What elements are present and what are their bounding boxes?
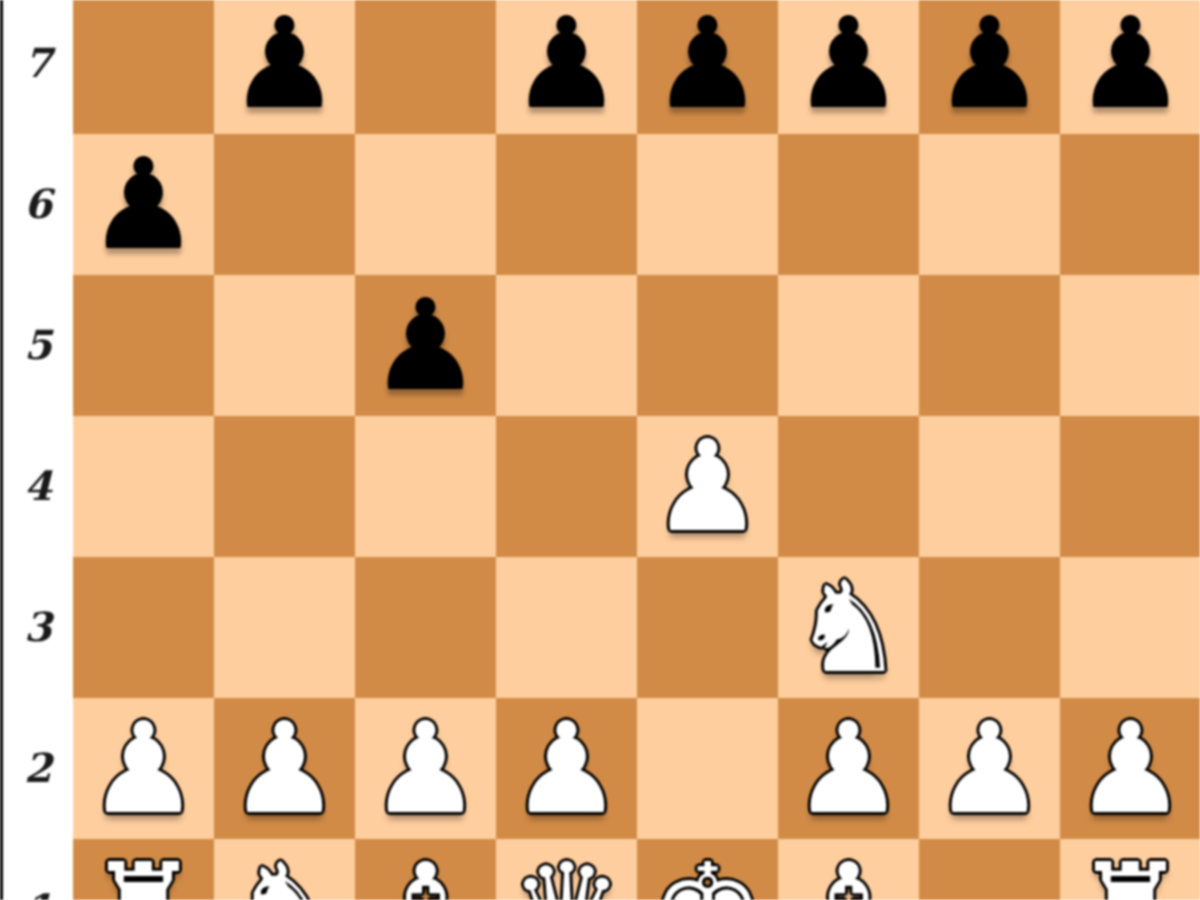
chess-diagram: ♟♟♟♟♟♟♟♟♟♞♟♟♟♟♟♟♟♜♞♝♛♚♝♜ 7654321 xyxy=(0,0,1200,900)
black-pawn-c5: ♟ xyxy=(355,275,496,416)
square-a2: ♟ xyxy=(73,698,214,839)
square-f4 xyxy=(778,416,919,557)
square-e3 xyxy=(637,557,778,698)
square-f5 xyxy=(778,275,919,416)
square-g7: ♟ xyxy=(919,0,1060,134)
square-b1: ♞ xyxy=(214,839,355,900)
square-h4 xyxy=(1060,416,1200,557)
square-c2: ♟ xyxy=(355,698,496,839)
square-b6 xyxy=(214,134,355,275)
square-c3 xyxy=(355,557,496,698)
white-pawn-c2: ♟ xyxy=(355,698,496,839)
black-pawn-f7: ♟ xyxy=(778,0,919,134)
square-f3: ♞ xyxy=(778,557,919,698)
white-bishop-c1: ♝ xyxy=(355,839,496,900)
square-a4 xyxy=(73,416,214,557)
square-e2 xyxy=(637,698,778,839)
square-g3 xyxy=(919,557,1060,698)
square-b7: ♟ xyxy=(214,0,355,134)
square-f2: ♟ xyxy=(778,698,919,839)
white-queen-d1: ♛ xyxy=(496,839,637,900)
square-g2: ♟ xyxy=(919,698,1060,839)
black-pawn-b7: ♟ xyxy=(214,0,355,134)
square-h6 xyxy=(1060,134,1200,275)
black-pawn-d7: ♟ xyxy=(496,0,637,134)
square-a5 xyxy=(73,275,214,416)
square-h1: ♜ xyxy=(1060,839,1200,900)
rank-label-1: 1 xyxy=(3,887,73,900)
square-f7: ♟ xyxy=(778,0,919,134)
square-e1: ♚ xyxy=(637,839,778,900)
white-pawn-f2: ♟ xyxy=(778,698,919,839)
black-pawn-h7: ♟ xyxy=(1060,0,1200,134)
square-c5: ♟ xyxy=(355,275,496,416)
black-pawn-a6: ♟ xyxy=(73,134,214,275)
square-c7 xyxy=(355,0,496,134)
square-c1: ♝ xyxy=(355,839,496,900)
square-c6 xyxy=(355,134,496,275)
square-d7: ♟ xyxy=(496,0,637,134)
square-f6 xyxy=(778,134,919,275)
white-bishop-f1: ♝ xyxy=(778,839,919,900)
square-e4: ♟ xyxy=(637,416,778,557)
rank-label-2: 2 xyxy=(3,746,73,790)
white-pawn-d2: ♟ xyxy=(496,698,637,839)
square-b3 xyxy=(214,557,355,698)
white-rook-a1: ♜ xyxy=(73,839,214,900)
rank-label-4: 4 xyxy=(3,464,73,508)
square-b4 xyxy=(214,416,355,557)
rank-label-7: 7 xyxy=(3,41,73,85)
square-g1 xyxy=(919,839,1060,900)
white-pawn-e4: ♟ xyxy=(637,416,778,557)
square-a7 xyxy=(73,0,214,134)
white-pawn-b2: ♟ xyxy=(214,698,355,839)
square-a6: ♟ xyxy=(73,134,214,275)
square-f1: ♝ xyxy=(778,839,919,900)
square-c4 xyxy=(355,416,496,557)
square-d1: ♛ xyxy=(496,839,637,900)
square-g6 xyxy=(919,134,1060,275)
square-d6 xyxy=(496,134,637,275)
square-h5 xyxy=(1060,275,1200,416)
white-knight-f3: ♞ xyxy=(778,557,919,698)
square-d2: ♟ xyxy=(496,698,637,839)
square-a1: ♜ xyxy=(73,839,214,900)
square-d3 xyxy=(496,557,637,698)
white-knight-b1: ♞ xyxy=(214,839,355,900)
square-e5 xyxy=(637,275,778,416)
square-b5 xyxy=(214,275,355,416)
rank-label-5: 5 xyxy=(3,323,73,367)
square-g4 xyxy=(919,416,1060,557)
black-pawn-e7: ♟ xyxy=(637,0,778,134)
square-h2: ♟ xyxy=(1060,698,1200,839)
square-g5 xyxy=(919,275,1060,416)
white-pawn-h2: ♟ xyxy=(1060,698,1200,839)
square-d4 xyxy=(496,416,637,557)
square-e6 xyxy=(637,134,778,275)
square-h3 xyxy=(1060,557,1200,698)
square-h7: ♟ xyxy=(1060,0,1200,134)
chess-board: ♟♟♟♟♟♟♟♟♟♞♟♟♟♟♟♟♟♜♞♝♛♚♝♜ xyxy=(73,0,1200,900)
white-king-e1: ♚ xyxy=(637,839,778,900)
square-e7: ♟ xyxy=(637,0,778,134)
white-rook-h1: ♜ xyxy=(1060,839,1200,900)
square-a3 xyxy=(73,557,214,698)
white-pawn-g2: ♟ xyxy=(919,698,1060,839)
rank-label-3: 3 xyxy=(3,605,73,649)
square-b2: ♟ xyxy=(214,698,355,839)
white-pawn-a2: ♟ xyxy=(73,698,214,839)
square-d5 xyxy=(496,275,637,416)
rank-label-6: 6 xyxy=(3,182,73,226)
black-pawn-g7: ♟ xyxy=(919,0,1060,134)
